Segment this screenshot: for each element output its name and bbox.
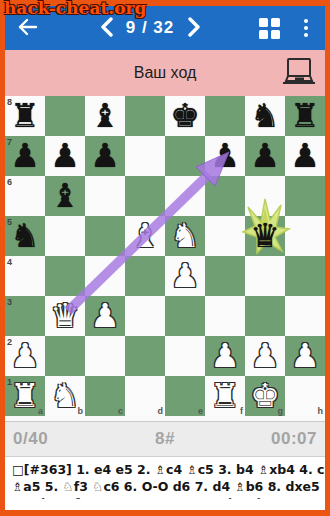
square-e3[interactable] bbox=[165, 296, 205, 336]
black-pawn-g7[interactable]: ♟ bbox=[245, 136, 285, 176]
square-f1[interactable]: f♜ bbox=[205, 376, 245, 416]
square-b6[interactable]: ♝ bbox=[45, 176, 85, 216]
square-f2[interactable]: ♟ bbox=[205, 336, 245, 376]
white-knight-b1[interactable]: ♞ bbox=[45, 376, 85, 416]
white-rook-a1[interactable]: ♜ bbox=[5, 376, 45, 416]
square-a4[interactable]: 4 bbox=[5, 256, 45, 296]
black-pawn-b7[interactable]: ♟ bbox=[45, 136, 85, 176]
square-a8[interactable]: 8♜ bbox=[5, 96, 45, 136]
square-d7[interactable] bbox=[125, 136, 165, 176]
square-h5[interactable] bbox=[285, 216, 325, 256]
square-g5[interactable]: ♛ bbox=[245, 216, 285, 256]
move-list[interactable]: □[#363] 1. e4 e5 2. ♗c4 ♗c5 3. b4 ♗xb4 4… bbox=[5, 457, 325, 510]
white-bishop-d5[interactable]: ♝ bbox=[125, 216, 165, 256]
mate-task-label: 8# bbox=[155, 429, 175, 448]
square-g1[interactable]: g♚ bbox=[245, 376, 285, 416]
square-h4[interactable] bbox=[285, 256, 325, 296]
square-g4[interactable] bbox=[245, 256, 285, 296]
white-pawn-h2[interactable]: ♟ bbox=[285, 336, 325, 376]
engine-laptop-icon[interactable] bbox=[281, 56, 317, 93]
file-label-h: h bbox=[318, 406, 324, 416]
rank-label-4: 4 bbox=[7, 257, 12, 267]
black-pawn-a7[interactable]: ♟ bbox=[5, 136, 45, 176]
grid-icon bbox=[259, 18, 280, 39]
square-a5[interactable]: 5♞ bbox=[5, 216, 45, 256]
white-knight-e5[interactable]: ♞ bbox=[165, 216, 205, 256]
status-bar: 0/40 8# 00:07 bbox=[5, 421, 325, 457]
square-e1[interactable]: e bbox=[165, 376, 205, 416]
board-grid: 8♜♝♚♞♜7♟♟♟♟♟♟6♝5♞♝♞♛4♟3♛♟2♟♟♟♟1a♜b♞cdef♜… bbox=[5, 96, 325, 416]
square-h1[interactable]: h bbox=[285, 376, 325, 416]
square-g3[interactable] bbox=[245, 296, 285, 336]
black-king-e8[interactable]: ♚ bbox=[165, 96, 205, 136]
square-b4[interactable] bbox=[45, 256, 85, 296]
square-h6[interactable] bbox=[285, 176, 325, 216]
white-rook-f1[interactable]: ♜ bbox=[205, 376, 245, 416]
black-rook-h8[interactable]: ♜ bbox=[285, 96, 325, 136]
square-f4[interactable] bbox=[205, 256, 245, 296]
square-h8[interactable]: ♜ bbox=[285, 96, 325, 136]
square-g8[interactable]: ♞ bbox=[245, 96, 285, 136]
square-b8[interactable] bbox=[45, 96, 85, 136]
square-f5[interactable] bbox=[205, 216, 245, 256]
white-pawn-e4[interactable]: ♟ bbox=[165, 256, 205, 296]
black-knight-a5[interactable]: ♞ bbox=[5, 216, 45, 256]
chevron-right-icon bbox=[188, 17, 201, 40]
square-d4[interactable] bbox=[125, 256, 165, 296]
square-d3[interactable] bbox=[125, 296, 165, 336]
white-pawn-g2[interactable]: ♟ bbox=[245, 336, 285, 376]
square-c5[interactable] bbox=[85, 216, 125, 256]
square-c7[interactable]: ♟ bbox=[85, 136, 125, 176]
overflow-menu-button[interactable] bbox=[289, 6, 323, 50]
chevron-left-icon bbox=[100, 17, 113, 40]
black-pawn-c7[interactable]: ♟ bbox=[85, 136, 125, 176]
score-counter: 0/40 bbox=[13, 429, 48, 448]
square-f3[interactable] bbox=[205, 296, 245, 336]
square-h7[interactable]: ♟ bbox=[285, 136, 325, 176]
black-rook-a8[interactable]: ♜ bbox=[5, 96, 45, 136]
rank-label-3: 3 bbox=[7, 297, 12, 307]
square-c1[interactable]: c bbox=[85, 376, 125, 416]
black-queen-g5[interactable]: ♛ bbox=[245, 216, 285, 256]
square-b7[interactable]: ♟ bbox=[45, 136, 85, 176]
overflow-dots-icon bbox=[304, 19, 308, 37]
timer: 00:07 bbox=[271, 429, 317, 448]
square-c4[interactable] bbox=[85, 256, 125, 296]
black-knight-g8[interactable]: ♞ bbox=[245, 96, 285, 136]
arrow-left-icon bbox=[16, 17, 38, 40]
square-b1[interactable]: b♞ bbox=[45, 376, 85, 416]
square-g6[interactable] bbox=[245, 176, 285, 216]
white-pawn-a2[interactable]: ♟ bbox=[5, 336, 45, 376]
square-g7[interactable]: ♟ bbox=[245, 136, 285, 176]
square-h2[interactable]: ♟ bbox=[285, 336, 325, 376]
black-bishop-c8[interactable]: ♝ bbox=[85, 96, 125, 136]
white-king-g1[interactable]: ♚ bbox=[245, 376, 285, 416]
square-d8[interactable] bbox=[125, 96, 165, 136]
move-prompt-bar: Ваш ход bbox=[5, 50, 325, 96]
square-c2[interactable] bbox=[85, 336, 125, 376]
white-pawn-c3[interactable]: ♟ bbox=[85, 296, 125, 336]
square-e7[interactable] bbox=[165, 136, 205, 176]
square-f7[interactable]: ♟ bbox=[205, 136, 245, 176]
rank-label-6: 6 bbox=[7, 177, 12, 187]
puzzle-counter: 9 / 32 bbox=[121, 18, 179, 38]
white-pawn-f2[interactable]: ♟ bbox=[205, 336, 245, 376]
square-d6[interactable] bbox=[125, 176, 165, 216]
black-pawn-f7[interactable]: ♟ bbox=[205, 136, 245, 176]
square-d5[interactable]: ♝ bbox=[125, 216, 165, 256]
square-c8[interactable]: ♝ bbox=[85, 96, 125, 136]
square-e6[interactable] bbox=[165, 176, 205, 216]
square-e8[interactable]: ♚ bbox=[165, 96, 205, 136]
next-puzzle-button[interactable] bbox=[179, 6, 209, 50]
move-list-line-1: □[#363] 1. e4 e5 2. ♗c4 ♗c5 3. b4 ♗xb4 4… bbox=[12, 461, 318, 478]
square-f6[interactable] bbox=[205, 176, 245, 216]
square-a7[interactable]: 7♟ bbox=[5, 136, 45, 176]
watermark: hack-cheat.org bbox=[4, 0, 146, 18]
square-d1[interactable]: d bbox=[125, 376, 165, 416]
move-list-clipped-line: 9. ♕b3 ♕f6 10. ♗g5 ♕g6 11. ♗d5 ♘h6 bbox=[12, 495, 318, 499]
puzzle-grid-button[interactable] bbox=[249, 6, 289, 50]
square-b2[interactable] bbox=[45, 336, 85, 376]
square-e2[interactable] bbox=[165, 336, 205, 376]
file-label-d: d bbox=[158, 406, 164, 416]
square-d2[interactable] bbox=[125, 336, 165, 376]
square-g2[interactable]: ♟ bbox=[245, 336, 285, 376]
black-pawn-h7[interactable]: ♟ bbox=[285, 136, 325, 176]
square-a1[interactable]: 1a♜ bbox=[5, 376, 45, 416]
square-a2[interactable]: 2♟ bbox=[5, 336, 45, 376]
file-label-e: e bbox=[198, 406, 203, 416]
square-f8[interactable] bbox=[205, 96, 245, 136]
square-c3[interactable]: ♟ bbox=[85, 296, 125, 336]
move-prompt-text: Ваш ход bbox=[134, 64, 197, 82]
square-e4[interactable]: ♟ bbox=[165, 256, 205, 296]
move-list-line-2: ♗a5 5. ♘f3 ♘c6 6. O-O d6 7. d4 ♗b6 8. dx… bbox=[12, 478, 318, 495]
app-window: 9 / 32 Ваш ход bbox=[5, 6, 325, 510]
square-b5[interactable] bbox=[45, 216, 85, 256]
square-a3[interactable]: 3 bbox=[5, 296, 45, 336]
square-a6[interactable]: 6 bbox=[5, 176, 45, 216]
white-queen-b3[interactable]: ♛ bbox=[45, 296, 85, 336]
square-e5[interactable]: ♞ bbox=[165, 216, 205, 256]
square-b3[interactable]: ♛ bbox=[45, 296, 85, 336]
square-c6[interactable] bbox=[85, 176, 125, 216]
square-h3[interactable] bbox=[285, 296, 325, 336]
black-bishop-b6[interactable]: ♝ bbox=[45, 176, 85, 216]
file-label-c: c bbox=[118, 406, 123, 416]
chess-board: 8♜♝♚♞♜7♟♟♟♟♟♟6♝5♞♝♞♛4♟3♛♟2♟♟♟♟1a♜b♞cdef♜… bbox=[5, 96, 325, 416]
